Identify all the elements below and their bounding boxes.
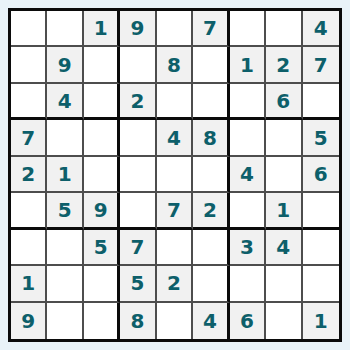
sudoku-cell[interactable] (47, 11, 83, 47)
sudoku-cell[interactable] (11, 193, 47, 229)
sudoku-cell[interactable]: 2 (120, 84, 156, 120)
sudoku-cell[interactable] (120, 157, 156, 193)
sudoku-cell[interactable] (11, 84, 47, 120)
sudoku-cell[interactable]: 5 (84, 230, 120, 266)
sudoku-cell[interactable]: 8 (193, 120, 229, 156)
sudoku-cell[interactable] (193, 47, 229, 83)
sudoku-cell[interactable]: 8 (120, 303, 156, 339)
sudoku-cell[interactable]: 9 (120, 11, 156, 47)
sudoku-cell[interactable]: 9 (84, 193, 120, 229)
sudoku-cell[interactable] (11, 11, 47, 47)
sudoku-cell[interactable] (157, 11, 193, 47)
sudoku-cell[interactable] (230, 84, 266, 120)
sudoku-cell[interactable] (47, 303, 83, 339)
sudoku-cell[interactable]: 7 (157, 193, 193, 229)
sudoku-cell[interactable] (120, 193, 156, 229)
sudoku-cell[interactable] (266, 303, 302, 339)
sudoku-cell[interactable]: 1 (47, 157, 83, 193)
sudoku-cell[interactable] (11, 47, 47, 83)
sudoku-cell[interactable] (230, 120, 266, 156)
sudoku-cell[interactable] (266, 266, 302, 302)
sudoku-cell[interactable] (303, 193, 339, 229)
sudoku-cell[interactable]: 6 (303, 157, 339, 193)
sudoku-cell[interactable] (230, 11, 266, 47)
sudoku-cell[interactable]: 3 (230, 230, 266, 266)
sudoku-cell[interactable] (47, 230, 83, 266)
sudoku-cell[interactable] (84, 120, 120, 156)
sudoku-cell[interactable] (120, 120, 156, 156)
sudoku-cell[interactable]: 1 (266, 193, 302, 229)
sudoku-cell[interactable]: 2 (157, 266, 193, 302)
sudoku-cell[interactable] (230, 193, 266, 229)
sudoku-cell[interactable]: 1 (303, 303, 339, 339)
sudoku-cell[interactable] (266, 157, 302, 193)
sudoku-cell[interactable]: 4 (157, 120, 193, 156)
sudoku-cell[interactable] (193, 230, 229, 266)
sudoku-cell[interactable]: 4 (47, 84, 83, 120)
sudoku-cell[interactable]: 2 (11, 157, 47, 193)
sudoku-cell[interactable] (157, 157, 193, 193)
sudoku-cell[interactable] (84, 84, 120, 120)
sudoku-cell[interactable] (157, 230, 193, 266)
sudoku-cell[interactable] (193, 84, 229, 120)
sudoku-cell[interactable]: 9 (11, 303, 47, 339)
sudoku-cell[interactable]: 4 (193, 303, 229, 339)
sudoku-cell[interactable]: 6 (266, 84, 302, 120)
sudoku-cell[interactable]: 5 (120, 266, 156, 302)
sudoku-cell[interactable]: 6 (230, 303, 266, 339)
sudoku-cell[interactable]: 1 (230, 47, 266, 83)
sudoku-cell[interactable] (47, 266, 83, 302)
sudoku-cell[interactable]: 7 (11, 120, 47, 156)
sudoku-cell[interactable] (303, 84, 339, 120)
sudoku-cell[interactable]: 7 (193, 11, 229, 47)
sudoku-cell[interactable] (84, 157, 120, 193)
sudoku-cell[interactable] (193, 157, 229, 193)
sudoku-cell[interactable] (120, 47, 156, 83)
sudoku-cell[interactable] (84, 303, 120, 339)
sudoku-cell[interactable] (266, 11, 302, 47)
sudoku-cell[interactable]: 1 (84, 11, 120, 47)
sudoku-cell[interactable]: 4 (266, 230, 302, 266)
sudoku-cell[interactable]: 5 (47, 193, 83, 229)
sudoku-cell[interactable] (157, 84, 193, 120)
sudoku-cell[interactable] (84, 266, 120, 302)
sudoku-cell[interactable]: 8 (157, 47, 193, 83)
sudoku-board: 1974981274267485214659721573415298461 (8, 8, 342, 342)
sudoku-cell[interactable] (303, 266, 339, 302)
sudoku-cell[interactable] (11, 230, 47, 266)
sudoku-cell[interactable]: 7 (303, 47, 339, 83)
sudoku-cell[interactable]: 2 (266, 47, 302, 83)
sudoku-cell[interactable]: 9 (47, 47, 83, 83)
sudoku-cell[interactable]: 7 (120, 230, 156, 266)
sudoku-cell[interactable] (47, 120, 83, 156)
sudoku-cell[interactable] (84, 47, 120, 83)
sudoku-cell[interactable] (266, 120, 302, 156)
sudoku-cell[interactable]: 5 (303, 120, 339, 156)
sudoku-cell[interactable] (230, 266, 266, 302)
sudoku-cell[interactable]: 2 (193, 193, 229, 229)
sudoku-cell[interactable]: 4 (303, 11, 339, 47)
sudoku-cell[interactable]: 4 (230, 157, 266, 193)
sudoku-cell[interactable] (193, 266, 229, 302)
sudoku-cell[interactable] (157, 303, 193, 339)
sudoku-cell[interactable] (303, 230, 339, 266)
sudoku-cell[interactable]: 1 (11, 266, 47, 302)
